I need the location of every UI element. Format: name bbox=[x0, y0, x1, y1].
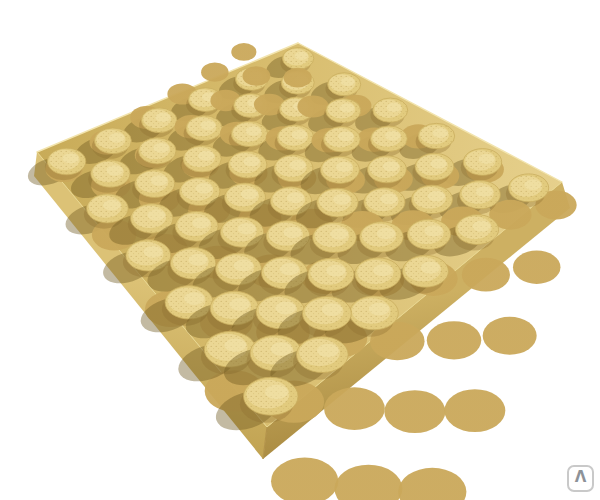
dome-grid bbox=[24, 43, 576, 500]
tactile-tile-render bbox=[0, 0, 600, 500]
watermark-lambda-icon: Λ bbox=[575, 470, 587, 485]
product-photo: Λ bbox=[0, 0, 600, 500]
marketplace-logo-watermark: Λ bbox=[567, 465, 594, 492]
